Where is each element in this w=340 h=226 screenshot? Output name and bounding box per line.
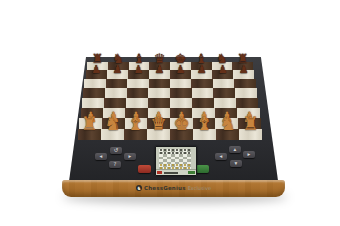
white-rook[interactable]: ♜: [81, 114, 98, 133]
square-d7[interactable]: ♟: [149, 70, 170, 79]
square-f4[interactable]: [192, 98, 214, 108]
black-pawn[interactable]: ♟: [91, 64, 101, 75]
square-b6[interactable]: [106, 79, 127, 88]
white-knight[interactable]: ♞: [104, 114, 121, 133]
lcd-status-bar: [156, 169, 196, 175]
square-g4[interactable]: [214, 98, 236, 108]
black-pawn[interactable]: ♟: [155, 64, 165, 75]
square-g5[interactable]: [213, 88, 235, 98]
square-a4[interactable]: [82, 98, 104, 108]
square-g7[interactable]: ♟: [212, 70, 233, 79]
square-e5[interactable]: [170, 88, 192, 98]
square-f5[interactable]: [192, 88, 214, 98]
square-d4[interactable]: [148, 98, 170, 108]
square-b7[interactable]: ♟: [107, 70, 128, 79]
brand-name: ChessGenius: [144, 185, 186, 191]
lcd-green-softkey-marker: [188, 171, 195, 174]
square-e7[interactable]: ♟: [170, 70, 191, 79]
black-pawn[interactable]: ♟: [176, 64, 186, 75]
red-cancel-button[interactable]: [138, 165, 151, 173]
square-c1[interactable]: ♝: [124, 129, 147, 140]
square-h6[interactable]: [234, 79, 255, 88]
square-f1[interactable]: ♝: [193, 129, 216, 140]
forward-button[interactable]: ▸: [124, 153, 136, 160]
square-a5[interactable]: [83, 88, 105, 98]
model-name: Exclusive: [188, 185, 211, 191]
square-a1[interactable]: ♜: [78, 129, 101, 140]
white-bishop[interactable]: ♝: [127, 114, 144, 133]
help-button[interactable]: ?: [109, 161, 121, 168]
square-c7[interactable]: ♟: [128, 70, 149, 79]
wooden-front-rail: ♞ ChessGenius Exclusive: [62, 180, 285, 197]
green-ok-button[interactable]: [196, 165, 209, 173]
black-pawn[interactable]: ♟: [239, 64, 249, 75]
back-button[interactable]: ◂: [95, 153, 107, 160]
square-g1[interactable]: ♞: [216, 129, 239, 140]
chess-board: ♜♞♝♛♚♝♞♜♟♟♟♟♟♟♟♟♟♟♟♟♟♟♟♟♜♞♝♛♚♝♞♜: [0, 62, 340, 140]
square-d5[interactable]: [148, 88, 170, 98]
black-pawn[interactable]: ♟: [133, 64, 143, 75]
left-button[interactable]: ◂: [215, 153, 227, 160]
up-button[interactable]: ▴: [229, 146, 241, 153]
square-f6[interactable]: [191, 79, 212, 88]
black-pawn[interactable]: ♟: [112, 64, 122, 75]
brand-logo: ♞ ChessGenius Exclusive: [62, 185, 285, 191]
square-h4[interactable]: [236, 98, 258, 108]
square-h5[interactable]: [235, 88, 257, 98]
square-b1[interactable]: ♞: [101, 129, 124, 140]
takeback-button[interactable]: ↺: [110, 147, 122, 154]
lcd-mini-board: [159, 149, 191, 169]
square-c4[interactable]: [126, 98, 148, 108]
white-king[interactable]: ♚: [173, 114, 190, 133]
square-a6[interactable]: [84, 79, 105, 88]
square-h1[interactable]: ♜: [239, 129, 262, 140]
black-pawn[interactable]: ♟: [218, 64, 228, 75]
square-g6[interactable]: [213, 79, 234, 88]
square-d6[interactable]: [149, 79, 170, 88]
knight-logo-icon: ♞: [136, 185, 142, 191]
white-rook[interactable]: ♜: [242, 114, 259, 133]
lcd-red-softkey-marker: [157, 171, 162, 174]
square-d1[interactable]: ♛: [147, 129, 170, 140]
square-h7[interactable]: ♟: [233, 70, 254, 79]
square-c6[interactable]: [127, 79, 148, 88]
product-photo: ♜♞♝♛♚♝♞♜♟♟♟♟♟♟♟♟♟♟♟♟♟♟♟♟♜♞♝♛♚♝♞♜ ↺ ◂ ▸ ?…: [0, 0, 340, 226]
down-button[interactable]: ▾: [230, 160, 242, 167]
square-f7[interactable]: ♟: [191, 70, 212, 79]
square-b4[interactable]: [104, 98, 126, 108]
square-e4[interactable]: [170, 98, 192, 108]
black-pawn[interactable]: ♟: [197, 64, 207, 75]
square-e1[interactable]: ♚: [170, 129, 193, 140]
right-button[interactable]: ▸: [243, 151, 255, 158]
lcd-status-text: [164, 172, 178, 174]
white-bishop[interactable]: ♝: [196, 114, 213, 133]
white-knight[interactable]: ♞: [219, 114, 236, 133]
square-e6[interactable]: [170, 79, 191, 88]
square-b5[interactable]: [105, 88, 127, 98]
lcd-display: [155, 146, 197, 176]
square-a7[interactable]: ♟: [86, 70, 107, 79]
white-queen[interactable]: ♛: [150, 114, 167, 133]
square-c5[interactable]: [127, 88, 149, 98]
